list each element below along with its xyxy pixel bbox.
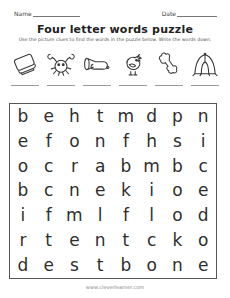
grid-cell-r3c4[interactable]: a [87, 154, 113, 179]
grid-cell-r7c3[interactable]: s [62, 253, 88, 278]
grid-cell-r2c5[interactable]: f [113, 129, 139, 154]
grid-cell-r1c3[interactable]: h [62, 104, 88, 129]
grid-cell-r5c2[interactable]: f [36, 203, 62, 228]
grid-cell-r6c6[interactable]: c [139, 228, 165, 253]
book-icon [10, 46, 40, 82]
grid-cell-r5c4[interactable]: l [87, 203, 113, 228]
worksheet-page: Name Date Four letter words puzzle Use t… [0, 0, 230, 298]
grid-cell-r5c1[interactable]: i [10, 203, 36, 228]
grid-cell-r3c5[interactable]: b [113, 154, 139, 179]
grid-cell-r1c7[interactable]: p [165, 104, 191, 129]
grid-cell-r7c5[interactable]: b [113, 253, 139, 278]
grid-cell-r3c7[interactable]: b [165, 154, 191, 179]
clue-tent [190, 46, 221, 86]
answer-line-bird[interactable] [119, 85, 147, 86]
grid-cell-r3c6[interactable]: m [139, 154, 165, 179]
date-line[interactable] [177, 9, 217, 17]
grid-cell-r5c8[interactable]: d [190, 203, 216, 228]
clue-bone [154, 46, 185, 86]
grid-cell-r7c7[interactable]: n [165, 253, 191, 278]
grid-cell-r7c6[interactable]: o [139, 253, 165, 278]
grid-cell-r5c7[interactable]: o [165, 203, 191, 228]
grid-cell-r7c2[interactable]: e [36, 253, 62, 278]
clue-crab [45, 46, 76, 86]
grid-cell-r7c8[interactable]: e [190, 253, 216, 278]
clue-book [9, 46, 40, 86]
answer-line-bone[interactable] [155, 85, 183, 86]
grid-cell-r4c3[interactable]: n [62, 179, 88, 204]
date-label: Date [162, 10, 176, 17]
crab-icon [46, 46, 76, 82]
grid-cell-r6c2[interactable]: t [36, 228, 62, 253]
instructions: Use the picture clues to find the words … [0, 37, 230, 42]
grid-cell-r6c4[interactable]: n [87, 228, 113, 253]
grid-cell-r4c4[interactable]: e [87, 179, 113, 204]
name-line[interactable] [33, 9, 80, 17]
answer-line-book[interactable] [11, 85, 39, 86]
grid-cell-r7c1[interactable]: d [10, 253, 36, 278]
grid-cell-r6c3[interactable]: e [62, 228, 88, 253]
answer-line-horn[interactable] [83, 85, 111, 86]
grid-cell-r1c1[interactable]: b [10, 104, 36, 129]
grid-cell-r2c3[interactable]: o [62, 129, 88, 154]
grid-cell-r1c2[interactable]: e [36, 104, 62, 129]
grid-cell-r5c6[interactable]: l [139, 203, 165, 228]
grid-cell-r4c8[interactable]: e [190, 179, 216, 204]
clue-bird [118, 46, 149, 86]
grid-cell-r2c4[interactable]: n [87, 129, 113, 154]
grid-cell-r6c8[interactable]: o [190, 228, 216, 253]
footer-url: www.cleverlearner.com [0, 284, 230, 290]
grid-cell-r3c2[interactable]: c [36, 154, 62, 179]
grid-cell-r6c5[interactable]: t [113, 228, 139, 253]
grid-cell-r2c8[interactable]: i [190, 129, 216, 154]
grid-cell-r4c1[interactable]: b [10, 179, 36, 204]
grid-cell-r4c5[interactable]: k [113, 179, 139, 204]
answer-line-crab[interactable] [47, 85, 75, 86]
tent-icon [190, 46, 220, 82]
header: Name Date [14, 9, 217, 17]
grid-cell-r7c4[interactable]: t [87, 253, 113, 278]
horn-icon [82, 46, 112, 82]
grid-cell-r1c6[interactable]: d [139, 104, 165, 129]
grid-cell-r4c6[interactable]: i [139, 179, 165, 204]
clue-horn [81, 46, 112, 86]
grid-cell-r6c1[interactable]: r [10, 228, 36, 253]
grid-cell-r6c7[interactable]: k [165, 228, 191, 253]
grid-cell-r2c1[interactable]: e [10, 129, 36, 154]
picture-clues [9, 46, 221, 86]
grid-cell-r3c8[interactable]: c [190, 154, 216, 179]
grid-cell-r2c7[interactable]: s [165, 129, 191, 154]
grid-cell-r3c1[interactable]: o [10, 154, 36, 179]
grid-cell-r5c3[interactable]: m [62, 203, 88, 228]
grid-cell-r1c4[interactable]: t [87, 104, 113, 129]
grid-cell-r5c5[interactable]: f [113, 203, 139, 228]
page-title: Four letter words puzzle [0, 23, 230, 36]
name-label: Name [14, 10, 32, 17]
bird-icon [118, 46, 148, 82]
grid-cell-r2c6[interactable]: h [139, 129, 165, 154]
grid-cell-r3c3[interactable]: r [62, 154, 88, 179]
answer-line-tent[interactable] [191, 85, 219, 86]
grid-cell-r1c5[interactable]: m [113, 104, 139, 129]
grid-cell-r2c2[interactable]: f [36, 129, 62, 154]
grid-cell-r1c8[interactable]: n [190, 104, 216, 129]
letter-grid: behtmdpnefonfhsiocrabmbcbcnekioeifmlflod… [9, 103, 217, 279]
grid-cell-r4c7[interactable]: o [165, 179, 191, 204]
bone-icon [154, 46, 184, 82]
grid-cell-r4c2[interactable]: c [36, 179, 62, 204]
